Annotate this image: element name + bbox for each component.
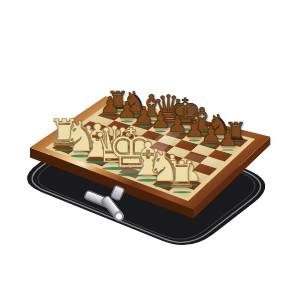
- scene-graphic: [0, 0, 300, 300]
- product-photo: ♜♞♝♛♚♝♞♜♟♟♟♟♟♟♟♟♟♟♟♟♟♟♟♟♜♞♝♛♚♝♞♜: [0, 0, 300, 300]
